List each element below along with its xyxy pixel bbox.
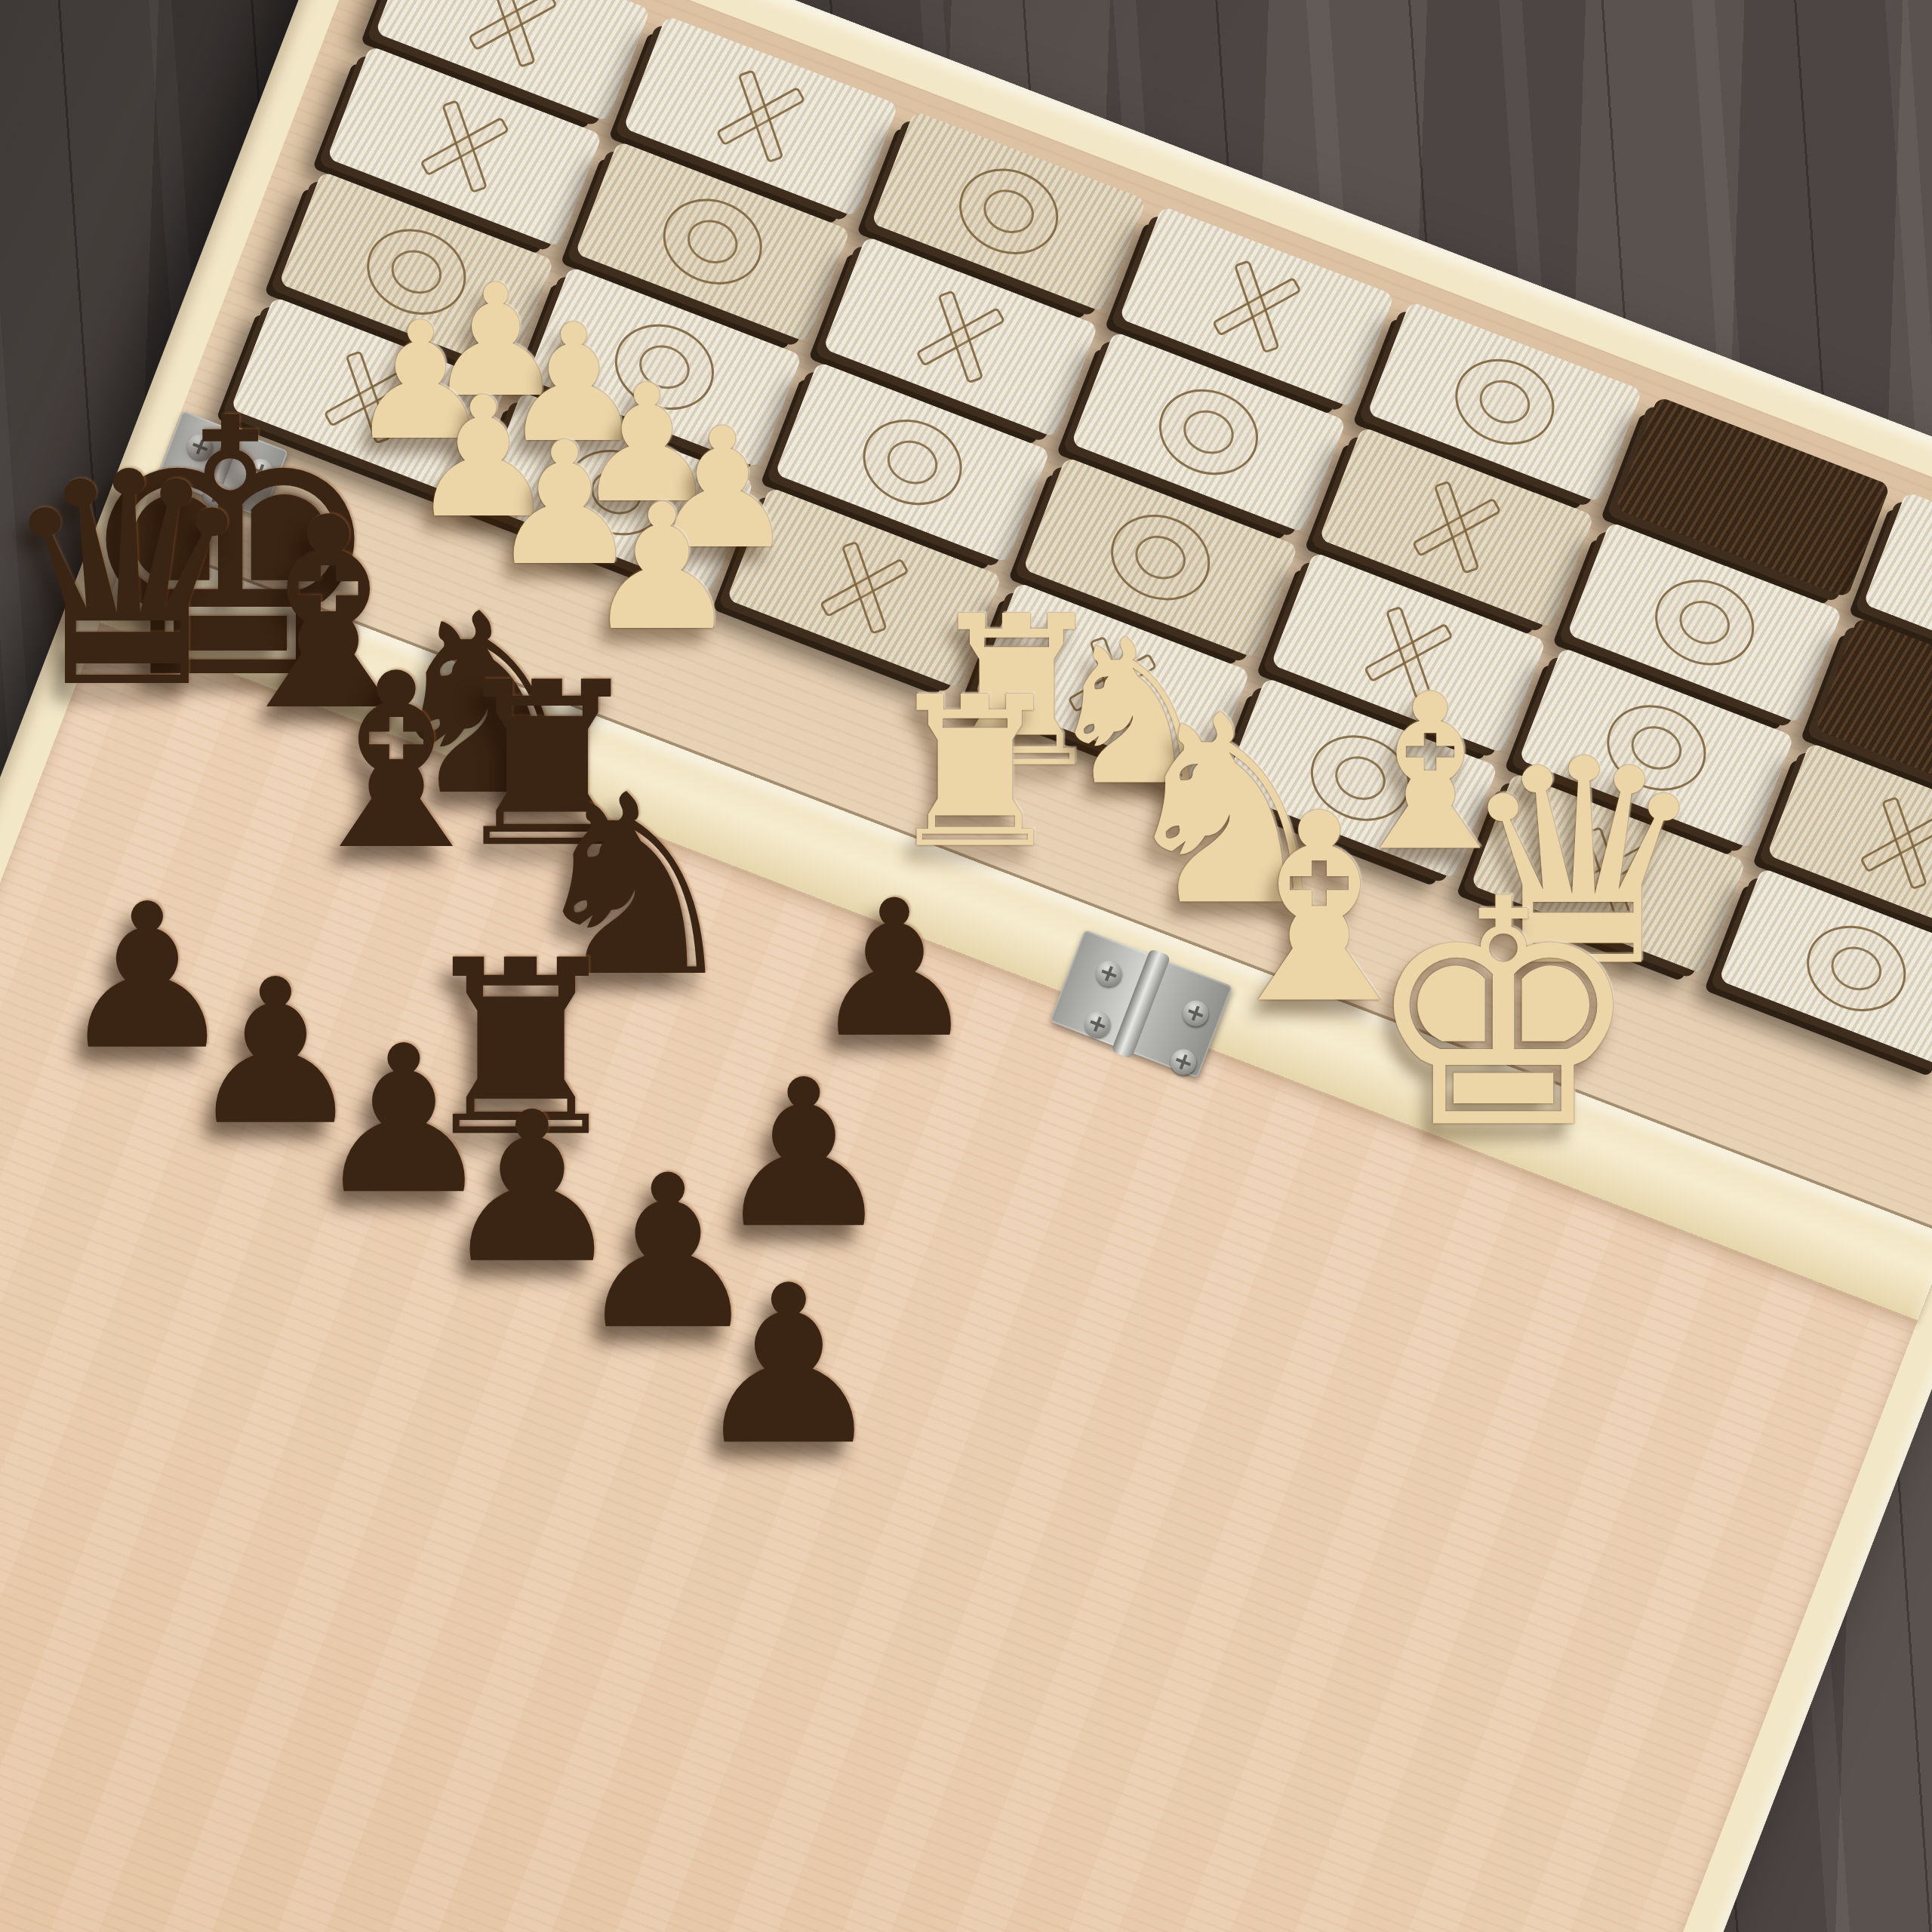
o-engraving-ring <box>1146 375 1271 489</box>
o-engraving-ring <box>1794 912 1918 1026</box>
chess-piece-light-rook[interactable]: ♜ <box>882 670 1069 878</box>
photo-scene-floor: { "game": "wooden folding game box set: … <box>0 0 1932 1932</box>
o-engraving-ring <box>946 155 1071 269</box>
chess-piece-light-pawn[interactable]: ♟ <box>584 481 740 655</box>
o-engraving-ring <box>1443 345 1567 459</box>
chess-piece-light-king[interactable]: ♚ <box>1363 859 1644 1172</box>
chess-piece-dark-pawn[interactable]: ♟ <box>691 1257 887 1475</box>
o-engraving-ring <box>851 405 975 519</box>
o-engraving-ring <box>1642 565 1767 679</box>
o-engraving-ring <box>651 185 775 299</box>
